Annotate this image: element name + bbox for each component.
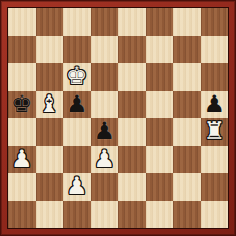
square-g1[interactable]	[173, 201, 201, 229]
square-e4[interactable]	[118, 118, 146, 146]
square-b6[interactable]	[36, 63, 64, 91]
piece-white-pawn[interactable]: ♟	[11, 146, 33, 173]
square-f4[interactable]	[146, 118, 174, 146]
square-g4[interactable]	[173, 118, 201, 146]
square-a8[interactable]	[8, 8, 36, 36]
square-f5[interactable]	[146, 91, 174, 119]
square-d8[interactable]	[91, 8, 119, 36]
square-g5[interactable]	[173, 91, 201, 119]
square-g6[interactable]	[173, 63, 201, 91]
square-g8[interactable]	[173, 8, 201, 36]
piece-white-bishop[interactable]: ♝	[38, 91, 60, 118]
square-e2[interactable]	[118, 173, 146, 201]
piece-white-rook[interactable]: ♜	[203, 118, 225, 145]
square-h4[interactable]: ♜	[201, 118, 229, 146]
square-h8[interactable]	[201, 8, 229, 36]
square-c4[interactable]	[63, 118, 91, 146]
board-frame: ♚♚♝♟♟♟♜♟♟♟	[0, 0, 236, 236]
square-e7[interactable]	[118, 36, 146, 64]
square-c5[interactable]: ♟	[63, 91, 91, 119]
square-d6[interactable]	[91, 63, 119, 91]
piece-black-pawn[interactable]: ♟	[66, 91, 88, 118]
piece-white-pawn[interactable]: ♟	[66, 173, 88, 200]
square-f8[interactable]	[146, 8, 174, 36]
square-a7[interactable]	[8, 36, 36, 64]
square-e6[interactable]	[118, 63, 146, 91]
square-e5[interactable]	[118, 91, 146, 119]
square-b3[interactable]	[36, 146, 64, 174]
chess-board: ♚♚♝♟♟♟♜♟♟♟	[8, 8, 228, 228]
piece-black-pawn[interactable]: ♟	[203, 91, 225, 118]
square-g7[interactable]	[173, 36, 201, 64]
square-h6[interactable]	[201, 63, 229, 91]
square-h5[interactable]: ♟	[201, 91, 229, 119]
square-a2[interactable]	[8, 173, 36, 201]
square-d4[interactable]: ♟	[91, 118, 119, 146]
square-g3[interactable]	[173, 146, 201, 174]
square-c8[interactable]	[63, 8, 91, 36]
square-f7[interactable]	[146, 36, 174, 64]
square-a1[interactable]	[8, 201, 36, 229]
square-d3[interactable]: ♟	[91, 146, 119, 174]
square-f1[interactable]	[146, 201, 174, 229]
square-h7[interactable]	[201, 36, 229, 64]
square-f6[interactable]	[146, 63, 174, 91]
square-b1[interactable]	[36, 201, 64, 229]
square-c6[interactable]: ♚	[63, 63, 91, 91]
square-f2[interactable]	[146, 173, 174, 201]
square-c7[interactable]	[63, 36, 91, 64]
square-b2[interactable]	[36, 173, 64, 201]
piece-black-pawn[interactable]: ♟	[93, 118, 115, 145]
square-e3[interactable]	[118, 146, 146, 174]
square-d1[interactable]	[91, 201, 119, 229]
square-b8[interactable]	[36, 8, 64, 36]
square-a5[interactable]: ♚	[8, 91, 36, 119]
square-b7[interactable]	[36, 36, 64, 64]
square-h2[interactable]	[201, 173, 229, 201]
square-b5[interactable]: ♝	[36, 91, 64, 119]
piece-white-pawn[interactable]: ♟	[93, 146, 115, 173]
square-b4[interactable]	[36, 118, 64, 146]
square-f3[interactable]	[146, 146, 174, 174]
square-d2[interactable]	[91, 173, 119, 201]
square-h1[interactable]	[201, 201, 229, 229]
square-e8[interactable]	[118, 8, 146, 36]
square-c3[interactable]	[63, 146, 91, 174]
square-g2[interactable]	[173, 173, 201, 201]
square-a6[interactable]	[8, 63, 36, 91]
square-c1[interactable]	[63, 201, 91, 229]
square-d7[interactable]	[91, 36, 119, 64]
square-a3[interactable]: ♟	[8, 146, 36, 174]
square-d5[interactable]	[91, 91, 119, 119]
square-c2[interactable]: ♟	[63, 173, 91, 201]
square-h3[interactable]	[201, 146, 229, 174]
piece-white-king[interactable]: ♚	[66, 63, 88, 90]
piece-black-king[interactable]: ♚	[11, 91, 33, 118]
square-a4[interactable]	[8, 118, 36, 146]
square-e1[interactable]	[118, 201, 146, 229]
